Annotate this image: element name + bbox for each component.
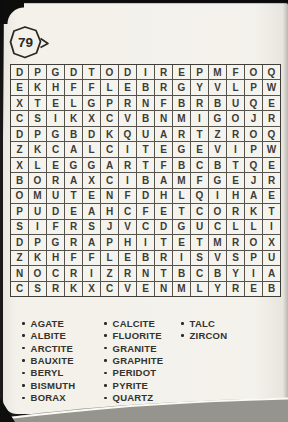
grid-cell[interactable]: T [29, 96, 46, 110]
grid-cell[interactable]: I [29, 220, 46, 234]
grid-cell[interactable]: R [155, 80, 172, 94]
word-list-item-label: ZIRCON [190, 330, 228, 341]
puzzle-number: 79 [18, 35, 33, 50]
grid-cell[interactable]: E [119, 251, 136, 265]
grid-cell[interactable]: Z [101, 266, 118, 280]
grid-cell[interactable]: R [227, 204, 244, 218]
word-list-item: FLUORITE [104, 329, 163, 341]
grid-cell[interactable]: J [245, 173, 262, 187]
grid-cell[interactable]: A [155, 173, 172, 187]
grid-cell[interactable]: L [101, 80, 118, 94]
grid-cell[interactable]: Y [191, 80, 208, 94]
grid-cell[interactable]: Q [245, 96, 262, 110]
grid-cell[interactable]: R [65, 266, 82, 280]
grid-cell[interactable]: S [191, 251, 208, 265]
grid-cell[interactable]: P [191, 65, 208, 79]
word-list-item: ZIRCON [181, 329, 227, 341]
grid-cell[interactable]: F [191, 173, 208, 187]
grid-cell[interactable]: S [11, 220, 28, 234]
grid-cell[interactable]: P [29, 235, 46, 249]
grid-cell[interactable]: G [209, 173, 226, 187]
grid-cell[interactable]: B [263, 282, 280, 296]
grid-cell[interactable]: F [155, 158, 172, 172]
bullet-icon [104, 384, 107, 387]
grid-cell[interactable]: H [47, 251, 64, 265]
grid-cell[interactable]: T [137, 158, 154, 172]
grid-cell[interactable]: I [119, 173, 136, 187]
grid-cell[interactable]: H [47, 80, 64, 94]
grid-cell[interactable]: I [119, 142, 136, 156]
word-list-item-label: ALBITE [31, 330, 67, 341]
grid-cell[interactable]: D [119, 65, 136, 79]
grid-cell[interactable]: L [173, 189, 190, 203]
grid-cell[interactable]: C [191, 266, 208, 280]
grid-cell[interactable]: F [119, 189, 136, 203]
grid-cell[interactable]: H [101, 204, 118, 218]
grid-cell[interactable]: G [65, 158, 82, 172]
word-column-3: TALCZIRCON [181, 317, 227, 342]
word-list-item-label: BERYL [31, 367, 64, 378]
grid-cell[interactable]: R [47, 282, 64, 296]
grid-cell[interactable]: T [191, 127, 208, 141]
grid-cell[interactable]: B [209, 96, 226, 110]
grid-cell[interactable]: P [245, 142, 262, 156]
grid-cell[interactable]: A [245, 189, 262, 203]
word-list-item-label: PYRITE [113, 380, 149, 391]
grid-cell[interactable]: N [137, 96, 154, 110]
grid-cell[interactable]: E [83, 189, 100, 203]
grid-cell[interactable]: C [101, 111, 118, 125]
grid-cell[interactable]: G [47, 65, 64, 79]
grid-cell[interactable]: A [83, 204, 100, 218]
grid-cell[interactable]: I [137, 65, 154, 79]
grid-cell[interactable]: P [29, 127, 46, 141]
grid-cell[interactable]: U [29, 204, 46, 218]
grid-cell[interactable]: C [47, 266, 64, 280]
bullet-icon [22, 359, 25, 362]
grid-cell[interactable]: P [245, 251, 262, 265]
bullet-icon [104, 372, 107, 375]
grid-cell[interactable]: E [191, 142, 208, 156]
grid-cell[interactable]: S [29, 111, 46, 125]
grid-cell[interactable]: M [209, 235, 226, 249]
grid-cell[interactable]: R [227, 282, 244, 296]
grid-cell[interactable]: E [155, 204, 172, 218]
grid-cell[interactable]: X [83, 173, 100, 187]
grid-cell[interactable]: C [209, 220, 226, 234]
grid-cell[interactable]: E [65, 204, 82, 218]
grid-cell[interactable]: L [227, 80, 244, 94]
grid-cell[interactable]: A [65, 173, 82, 187]
grid-cell[interactable]: I [137, 235, 154, 249]
grid-cell[interactable]: Y [227, 266, 244, 280]
grid-cell[interactable]: B [137, 251, 154, 265]
word-list-item-label: BISMUTH [31, 380, 76, 391]
grid-cell[interactable]: A [155, 127, 172, 141]
grid-cell[interactable]: C [101, 282, 118, 296]
grid-cell[interactable]: K [65, 282, 82, 296]
grid-cell[interactable]: Q [191, 189, 208, 203]
grid-cell[interactable]: L [191, 282, 208, 296]
grid-cell[interactable]: V [209, 251, 226, 265]
grid-cell[interactable]: N [11, 266, 28, 280]
grid-cell[interactable]: U [263, 251, 280, 265]
grid-cell[interactable]: M [29, 189, 46, 203]
bullet-icon [22, 334, 25, 337]
word-list-item: PERIDOT [104, 367, 163, 379]
photo-right-shadow [283, 0, 288, 422]
grid-cell[interactable]: I [227, 142, 244, 156]
grid-cell[interactable]: G [173, 220, 190, 234]
grid-cell[interactable]: I [209, 189, 226, 203]
grid-cell[interactable]: X [83, 111, 100, 125]
grid-cell[interactable]: N [101, 189, 118, 203]
grid-cell[interactable]: X [11, 96, 28, 110]
grid-cell[interactable]: R [155, 251, 172, 265]
grid-cell[interactable]: S [29, 282, 46, 296]
grid-cell[interactable]: E [173, 65, 190, 79]
grid-cell[interactable]: O [227, 111, 244, 125]
grid-cell[interactable]: D [47, 204, 64, 218]
grid-cell[interactable]: C [119, 204, 136, 218]
grid-cell[interactable]: R [263, 111, 280, 125]
bullet-icon [22, 372, 25, 375]
grid-cell[interactable]: R [263, 173, 280, 187]
grid-cell[interactable]: X [83, 282, 100, 296]
grid-cell[interactable]: K [29, 142, 46, 156]
grid-cell[interactable]: H [227, 189, 244, 203]
word-list-item-label: ARCTITE [31, 343, 74, 354]
grid-cell[interactable]: W [263, 142, 280, 156]
grid-cell[interactable]: O [29, 266, 46, 280]
grid-cell[interactable]: G [83, 96, 100, 110]
word-list-item: BAUXITE [22, 354, 75, 366]
grid-cell[interactable]: G [173, 142, 190, 156]
grid-cell[interactable]: I [245, 266, 262, 280]
bullet-icon [22, 322, 25, 325]
grid-cell[interactable]: S [227, 251, 244, 265]
grid-cell[interactable]: B [209, 266, 226, 280]
grid-cell[interactable]: E [173, 235, 190, 249]
grid-cell[interactable]: K [29, 80, 46, 94]
grid-cell[interactable]: I [83, 266, 100, 280]
word-list-item-label: BAUXITE [31, 355, 74, 366]
grid-cell[interactable]: O [245, 235, 262, 249]
grid-cell[interactable]: E [47, 158, 64, 172]
grid-cell[interactable]: L [101, 251, 118, 265]
photo-left-edge [0, 0, 4, 140]
word-list-item: ARCTITE [22, 342, 75, 354]
grid-cell[interactable]: P [11, 204, 28, 218]
grid-cell[interactable]: O [29, 173, 46, 187]
grid-cell[interactable]: E [119, 80, 136, 94]
word-list-item: BERYL [22, 367, 75, 379]
word-column-2: CALCITEFLUORITEGRANITEGRAPHITEPERIDOTPYR… [104, 317, 163, 404]
word-list-item: GRANITE [104, 342, 163, 354]
grid-cell[interactable]: E [245, 282, 262, 296]
grid-cell[interactable]: C [137, 220, 154, 234]
grid-cell[interactable]: E [11, 80, 28, 94]
grid-cell[interactable]: R [227, 127, 244, 141]
grid-cell[interactable]: L [65, 96, 82, 110]
grid-cell[interactable]: B [173, 96, 190, 110]
grid-cell[interactable]: X [11, 158, 28, 172]
grid-cell[interactable]: C [101, 173, 118, 187]
grid-cell[interactable]: P [29, 65, 46, 79]
grid-cell[interactable]: V [209, 80, 226, 94]
word-list-item-label: TALC [190, 318, 215, 329]
grid-cell[interactable]: R [191, 96, 208, 110]
grid-cell[interactable]: O [245, 65, 262, 79]
grid-cell[interactable]: I [47, 111, 64, 125]
word-list-item-label: GRANITE [113, 343, 157, 354]
grid-cell[interactable]: F [227, 65, 244, 79]
grid-cell[interactable]: E [47, 96, 64, 110]
word-column-1: AGATEALBITEARCTITEBAUXITEBERYLBISMUTHBOR… [22, 317, 75, 404]
grid-cell[interactable]: T [155, 266, 172, 280]
grid-cell[interactable]: I [173, 251, 190, 265]
grid-cell[interactable]: U [137, 127, 154, 141]
grid-cell[interactable]: M [173, 173, 190, 187]
grid-cell[interactable]: R [227, 235, 244, 249]
grid-cell[interactable]: V [119, 111, 136, 125]
grid-cell[interactable]: Z [11, 142, 28, 156]
grid-cell[interactable]: L [227, 220, 244, 234]
grid-cell[interactable]: T [65, 189, 82, 203]
grid-cell[interactable]: D [155, 220, 172, 234]
grid-cell[interactable]: B [137, 111, 154, 125]
grid-cell[interactable]: B [173, 266, 190, 280]
grid-cell[interactable]: C [11, 282, 28, 296]
grid-cell[interactable]: E [263, 158, 280, 172]
bullet-icon [104, 334, 107, 337]
grid-cell[interactable]: I [263, 220, 280, 234]
grid-cell[interactable]: D [11, 235, 28, 249]
bullet-icon [181, 322, 184, 325]
grid-cell[interactable]: H [155, 189, 172, 203]
next-page-area [0, 398, 288, 422]
grid-cell[interactable]: F [65, 80, 82, 94]
grid-cell[interactable]: R [65, 235, 82, 249]
grid-cell[interactable]: K [29, 251, 46, 265]
grid-cell[interactable]: O [209, 204, 226, 218]
grid-cell[interactable]: R [119, 96, 136, 110]
word-list-item: CALCITE [104, 317, 163, 329]
word-list-item-label: FLUORITE [113, 330, 162, 341]
grid-cell[interactable]: G [47, 127, 64, 141]
grid-cell[interactable]: X [263, 235, 280, 249]
grid-cell[interactable]: E [227, 173, 244, 187]
grid-cell[interactable]: C [11, 111, 28, 125]
grid-cell[interactable]: G [47, 235, 64, 249]
word-list-item-label: GRAPHITE [113, 355, 164, 366]
page-bottom-curve [0, 392, 288, 422]
grid-cell[interactable]: H [119, 235, 136, 249]
grid-cell[interactable]: B [137, 173, 154, 187]
grid-cell[interactable]: C [47, 142, 64, 156]
grid-cell[interactable]: U [47, 189, 64, 203]
word-list-item-label: CALCITE [113, 318, 156, 329]
grid-cell[interactable]: V [119, 220, 136, 234]
grid-cell[interactable]: D [11, 65, 28, 79]
grid-cell[interactable]: R [47, 173, 64, 187]
grid-cell[interactable]: B [65, 127, 82, 141]
grid-cell[interactable]: B [173, 158, 190, 172]
grid-cell[interactable]: J [245, 111, 262, 125]
grid-cell[interactable]: R [119, 266, 136, 280]
grid-cell[interactable]: D [83, 127, 100, 141]
grid-cell[interactable]: Y [209, 282, 226, 296]
word-list-item-label: PERIDOT [113, 367, 157, 378]
grid-cell[interactable]: E [155, 142, 172, 156]
grid-cell[interactable]: T [227, 158, 244, 172]
grid-cell[interactable]: F [47, 220, 64, 234]
grid-cell[interactable]: U [191, 220, 208, 234]
word-list-item: BISMUTH [22, 379, 75, 391]
word-list-item: GRAPHITE [104, 354, 163, 366]
grid-cell[interactable]: U [227, 96, 244, 110]
grid-cell[interactable]: F [83, 251, 100, 265]
grid-cell[interactable]: Q [245, 158, 262, 172]
grid-cell[interactable]: O [245, 127, 262, 141]
grid-cell[interactable]: B [137, 80, 154, 94]
grid-cell[interactable]: L [245, 220, 262, 234]
grid-cell[interactable]: K [101, 127, 118, 141]
grid-cell[interactable]: R [173, 127, 190, 141]
grid-cell[interactable]: I [191, 111, 208, 125]
grid-cell[interactable]: F [83, 80, 100, 94]
grid-cell[interactable]: A [65, 142, 82, 156]
grid-cell[interactable]: D [137, 189, 154, 203]
grid-cell[interactable]: F [137, 204, 154, 218]
word-list-item: ALBITE [22, 329, 75, 341]
grid-cell[interactable]: C [191, 204, 208, 218]
word-grid: DPGDTODIREPMFOQEKHFFLEBRGYVLPWXTELGPRNFB… [10, 64, 281, 297]
grid-cell[interactable]: V [209, 142, 226, 156]
grid-cell[interactable]: B [209, 158, 226, 172]
grid-cell[interactable]: A [83, 235, 100, 249]
bullet-icon [181, 334, 184, 337]
bullet-icon [104, 359, 107, 362]
grid-cell[interactable]: V [119, 282, 136, 296]
grid-cell[interactable]: A [263, 266, 280, 280]
grid-cell[interactable]: G [83, 158, 100, 172]
grid-cell[interactable]: W [263, 80, 280, 94]
grid-cell[interactable]: P [101, 96, 118, 110]
grid-cell[interactable]: F [65, 251, 82, 265]
word-list-item: PYRITE [104, 379, 163, 391]
grid-cell[interactable]: M [173, 282, 190, 296]
word-list-item: AGATE [22, 317, 75, 329]
grid-cell[interactable]: Q [263, 127, 280, 141]
bullet-icon [104, 322, 107, 325]
grid-cell[interactable]: N [155, 282, 172, 296]
grid-cell[interactable]: T [137, 142, 154, 156]
grid-cell[interactable]: G [209, 111, 226, 125]
bullet-icon [104, 347, 107, 350]
grid-cell[interactable]: K [245, 204, 262, 218]
bullet-icon [22, 347, 25, 350]
grid-cell[interactable]: C [191, 158, 208, 172]
grid-cell[interactable]: T [191, 235, 208, 249]
grid-cell[interactable]: Z [209, 127, 226, 141]
grid-cell[interactable]: M [173, 111, 190, 125]
grid-cell[interactable]: J [101, 220, 118, 234]
grid-cell[interactable]: N [137, 266, 154, 280]
grid-cell[interactable]: M [209, 65, 226, 79]
grid-cell[interactable]: R [119, 158, 136, 172]
grid-cell[interactable]: T [83, 65, 100, 79]
grid-cell[interactable]: A [101, 158, 118, 172]
grid-cell[interactable]: C [101, 142, 118, 156]
grid-cell[interactable]: Q [119, 127, 136, 141]
grid-cell[interactable]: E [137, 282, 154, 296]
grid-cell[interactable]: Z [11, 251, 28, 265]
grid-cell[interactable]: K [65, 111, 82, 125]
photo-top-edge [0, 0, 288, 4]
grid-cell[interactable]: T [155, 235, 172, 249]
grid-cell[interactable]: T [173, 204, 190, 218]
grid-cell[interactable]: R [65, 220, 82, 234]
grid-cell[interactable]: O [101, 65, 118, 79]
word-list-item: TALC [181, 317, 227, 329]
grid-cell[interactable]: S [83, 220, 100, 234]
grid-cell[interactable]: R [155, 65, 172, 79]
word-list-item-label: AGATE [31, 318, 65, 329]
grid-cell[interactable]: E [263, 96, 280, 110]
grid-cell[interactable]: E [263, 189, 280, 203]
grid-cell[interactable]: O [11, 189, 28, 203]
puzzle-number-badge: 79 [8, 25, 50, 61]
bullet-icon [22, 384, 25, 387]
grid-cell[interactable]: L [29, 158, 46, 172]
badge-tail [41, 39, 49, 48]
grid-cell[interactable]: P [245, 80, 262, 94]
grid-cell[interactable]: L [83, 142, 100, 156]
grid-cell[interactable]: T [263, 204, 280, 218]
grid-cell[interactable]: G [173, 80, 190, 94]
grid-cell[interactable]: Q [263, 65, 280, 79]
grid-cell[interactable]: D [65, 65, 82, 79]
grid-cell[interactable]: F [155, 96, 172, 110]
grid-cell[interactable]: D [11, 127, 28, 141]
grid-cell[interactable]: B [11, 173, 28, 187]
grid-cell[interactable]: N [155, 111, 172, 125]
grid-cell[interactable]: P [101, 235, 118, 249]
